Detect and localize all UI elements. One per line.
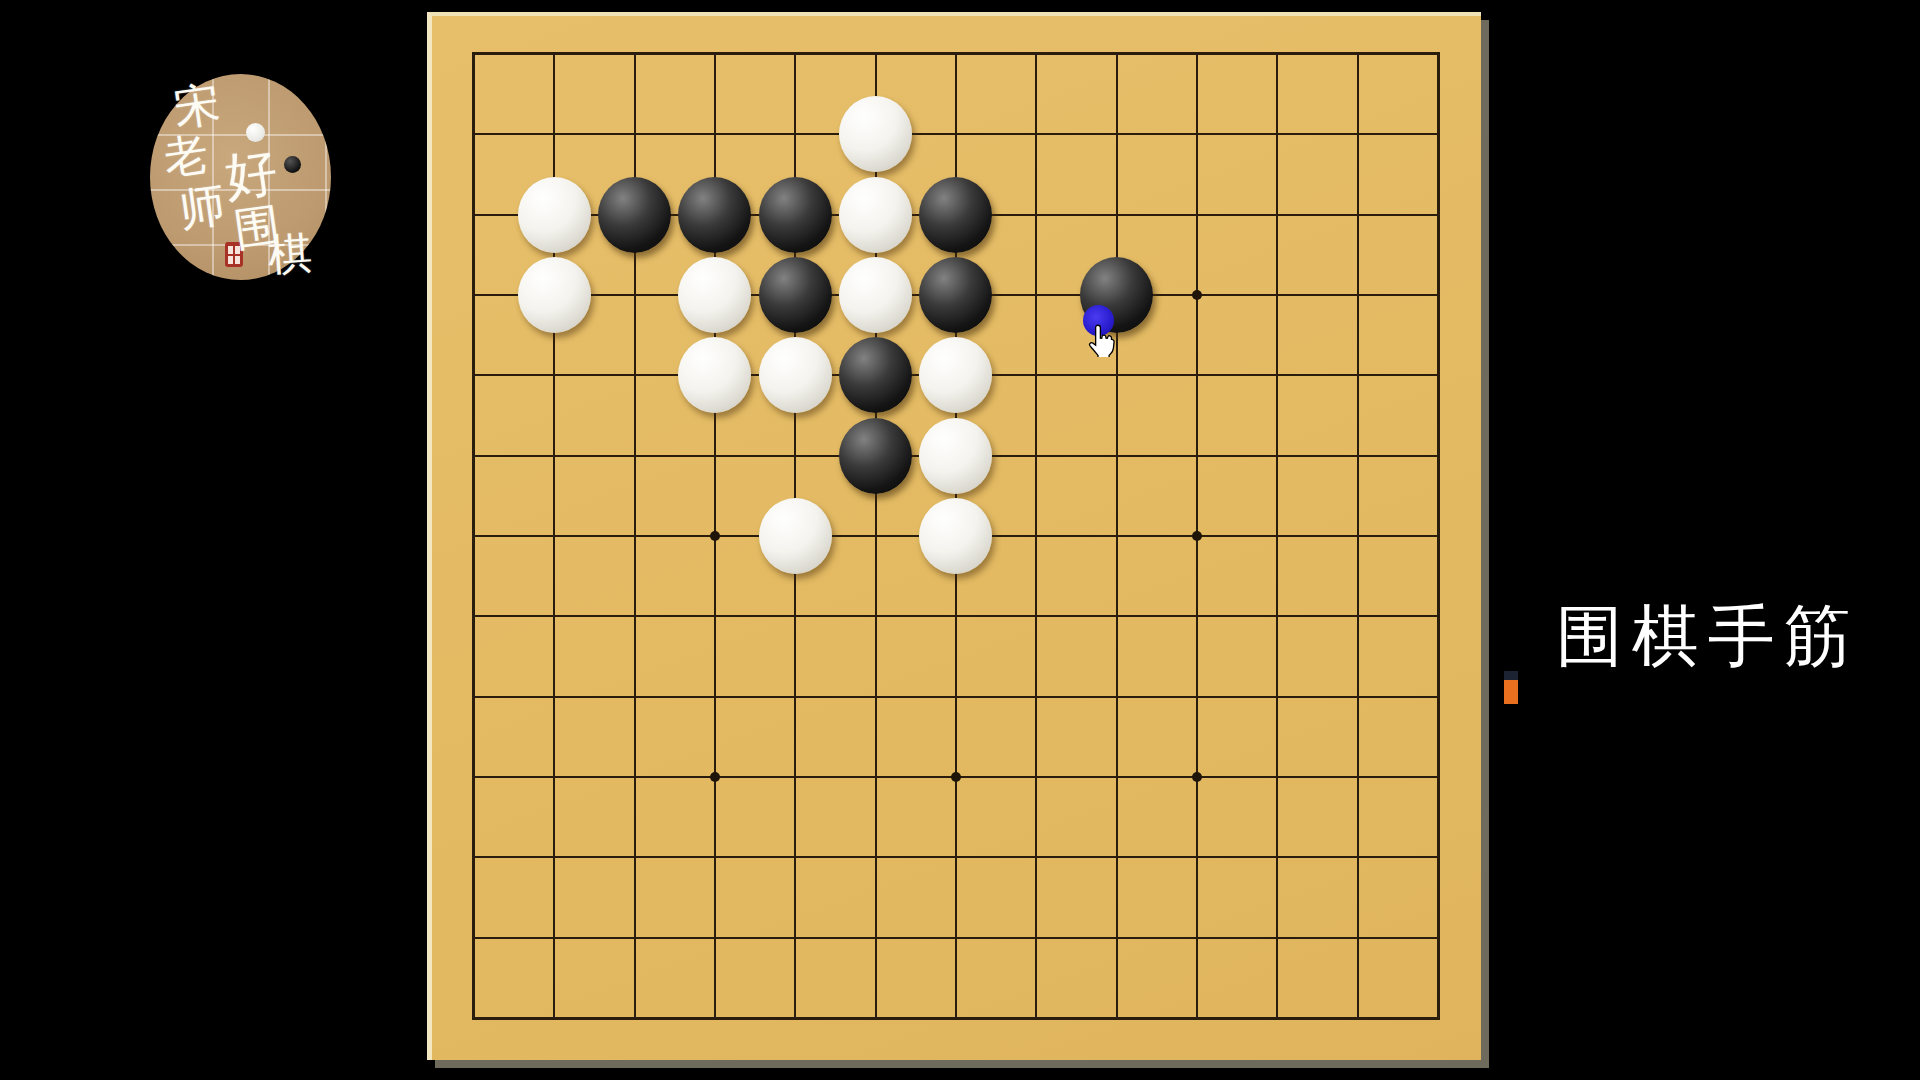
black-stone (759, 177, 832, 253)
star-point (710, 772, 720, 782)
black-stone (839, 337, 912, 413)
grid-line-horizontal (474, 696, 1438, 698)
white-stone (919, 418, 992, 494)
logo-character: 老 (161, 131, 211, 181)
grid-line-vertical (1035, 54, 1037, 1018)
grid-line-horizontal (474, 856, 1438, 858)
logo-character: 棋 (267, 231, 314, 278)
white-stone (678, 257, 751, 333)
logo-grid-line (325, 74, 327, 280)
white-stone (759, 337, 832, 413)
logo-white-stone-icon (246, 123, 265, 142)
white-stone (518, 257, 591, 333)
black-stone (759, 257, 832, 333)
logo-character: 宋 (171, 80, 223, 132)
logo-character: 师 (176, 181, 228, 233)
star-point (710, 531, 720, 541)
black-stone (839, 418, 912, 494)
grid-line-vertical (1357, 54, 1359, 1018)
grid-line-horizontal (474, 615, 1438, 617)
star-point (951, 772, 961, 782)
grid-line-horizontal (474, 937, 1438, 939)
white-stone (919, 498, 992, 574)
logo-black-stone-icon (284, 156, 301, 173)
black-stone (598, 177, 671, 253)
video-frame: 宋 老 师 好 围 棋 围棋手筋 (0, 0, 1920, 1080)
bullet-decoration-top (1504, 671, 1518, 680)
channel-logo: 宋 老 师 好 围 棋 (138, 60, 358, 300)
white-stone (518, 177, 591, 253)
video-title: 围棋手筋 (1556, 591, 1860, 682)
bullet-decoration (1504, 680, 1518, 704)
white-stone (839, 257, 912, 333)
black-stone (919, 177, 992, 253)
hand-cursor-icon (1087, 323, 1117, 361)
grid-line-vertical (1276, 54, 1278, 1018)
white-stone (839, 177, 912, 253)
black-stone (678, 177, 751, 253)
grid-line-vertical (1116, 54, 1118, 1018)
logo-character: 好 (222, 145, 281, 204)
go-board[interactable] (427, 12, 1481, 1060)
white-stone (759, 498, 832, 574)
star-point (1192, 290, 1202, 300)
black-stone (919, 257, 992, 333)
star-point (1192, 531, 1202, 541)
star-point (1192, 772, 1202, 782)
white-stone (839, 96, 912, 172)
